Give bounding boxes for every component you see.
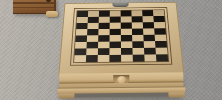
photo-scene: [0, 0, 222, 100]
under-box-shadow: [71, 92, 171, 97]
chess-box: [56, 0, 185, 98]
square: [121, 55, 133, 62]
board-inlay-border: [70, 7, 172, 66]
square: [133, 55, 145, 62]
square: [98, 55, 110, 62]
furniture-groove: [13, 7, 54, 8]
square: [144, 54, 156, 61]
box-front-face: [59, 72, 183, 96]
square: [109, 55, 121, 62]
box-foot-left: [58, 93, 74, 98]
box-foot-right: [168, 92, 184, 97]
lid-lift-notch: [113, 3, 129, 7]
checkerboard-grid: [73, 9, 169, 63]
furniture-groove: [13, 2, 54, 4]
square: [156, 54, 168, 61]
board-top-surface: [58, 2, 184, 76]
background-furniture-corner: [13, 0, 56, 14]
square: [74, 55, 86, 62]
square: [86, 55, 98, 62]
base-feet-row: [57, 92, 185, 98]
